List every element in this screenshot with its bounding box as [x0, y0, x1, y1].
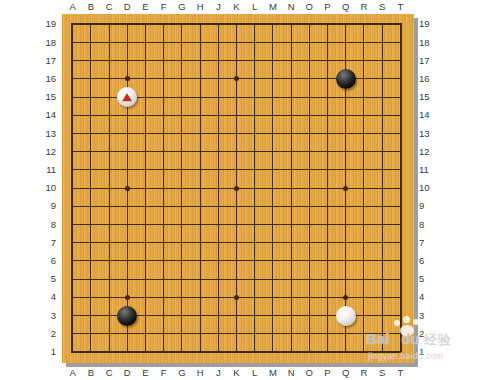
grid-line-vertical — [272, 24, 273, 353]
col-label-bottom-H: H — [191, 367, 209, 379]
row-label-right-12: 12 — [419, 146, 443, 158]
row-label-left-12: 12 — [34, 146, 56, 158]
col-label-bottom-E: E — [137, 367, 155, 379]
row-label-right-18: 18 — [419, 37, 443, 49]
row-label-left-13: 13 — [34, 128, 56, 140]
col-label-top-L: L — [246, 1, 264, 13]
row-label-right-9: 9 — [419, 200, 443, 212]
col-label-top-R: R — [355, 1, 373, 13]
row-label-right-4: 4 — [419, 291, 443, 303]
star-point-Q4 — [343, 295, 348, 300]
last-move-triangle-marker — [122, 93, 132, 101]
row-label-left-8: 8 — [34, 219, 56, 231]
go-board[interactable] — [62, 14, 414, 363]
row-label-left-19: 19 — [34, 18, 56, 30]
row-label-right-14: 14 — [419, 109, 443, 121]
col-label-top-E: E — [137, 1, 155, 13]
row-label-right-11: 11 — [419, 164, 443, 176]
row-label-left-4: 4 — [34, 291, 56, 303]
col-label-top-A: A — [64, 1, 82, 13]
col-label-bottom-P: P — [319, 367, 337, 379]
baidu-brand-suffix: 经验 — [424, 332, 452, 347]
col-label-bottom-K: K — [228, 367, 246, 379]
star-point-K4 — [234, 295, 239, 300]
col-label-bottom-D: D — [118, 367, 136, 379]
row-label-right-13: 13 — [419, 128, 443, 140]
grid-line-horizontal — [72, 333, 401, 334]
row-label-right-15: 15 — [419, 91, 443, 103]
grid-line-horizontal — [72, 279, 401, 280]
star-point-Q10 — [343, 186, 348, 191]
baidu-brand-du: du — [401, 330, 419, 347]
col-label-bottom-C: C — [100, 367, 118, 379]
grid-line-vertical — [382, 24, 383, 353]
row-label-right-8: 8 — [419, 219, 443, 231]
star-point-D10 — [125, 186, 130, 191]
star-point-D4 — [125, 295, 130, 300]
baidu-watermark-url: jingyan.baidu.com — [368, 351, 443, 361]
row-label-right-7: 7 — [419, 237, 443, 249]
grid-line-vertical — [363, 24, 364, 353]
col-label-bottom-L: L — [246, 367, 264, 379]
row-label-left-6: 6 — [34, 255, 56, 267]
row-label-left-5: 5 — [34, 273, 56, 285]
stone-black-D3 — [117, 306, 137, 326]
col-label-top-D: D — [118, 1, 136, 13]
page-background: AABBCCDDEEFFGGHHJJKKLLMMNNOOPPQQRRSSTT19… — [0, 0, 480, 380]
grid-line-horizontal — [72, 260, 401, 261]
row-label-right-16: 16 — [419, 73, 443, 85]
col-label-top-C: C — [100, 1, 118, 13]
col-label-top-O: O — [300, 1, 318, 13]
row-label-left-7: 7 — [34, 237, 56, 249]
stone-black-Q16 — [336, 69, 356, 89]
star-point-K10 — [234, 186, 239, 191]
row-label-left-16: 16 — [34, 73, 56, 85]
row-label-right-17: 17 — [419, 55, 443, 67]
baidu-watermark: Baidu经验 jingyan.baidu.com — [364, 316, 480, 362]
row-label-left-17: 17 — [34, 55, 56, 67]
col-label-top-B: B — [82, 1, 100, 13]
col-label-bottom-Q: Q — [337, 367, 355, 379]
col-label-top-J: J — [209, 1, 227, 13]
col-label-bottom-T: T — [391, 367, 409, 379]
col-label-top-G: G — [173, 1, 191, 13]
row-label-left-2: 2 — [34, 328, 56, 340]
col-label-top-K: K — [228, 1, 246, 13]
col-label-bottom-A: A — [64, 367, 82, 379]
row-label-left-1: 1 — [34, 346, 56, 358]
col-label-top-M: M — [264, 1, 282, 13]
col-label-bottom-R: R — [355, 367, 373, 379]
row-label-left-10: 10 — [34, 182, 56, 194]
row-label-left-18: 18 — [34, 37, 56, 49]
row-label-left-9: 9 — [34, 200, 56, 212]
grid-line-horizontal — [72, 206, 401, 207]
row-label-right-19: 19 — [419, 18, 443, 30]
col-label-top-T: T — [391, 1, 409, 13]
grid-line-vertical — [254, 24, 255, 353]
grid-line-vertical — [309, 24, 310, 353]
col-label-top-S: S — [373, 1, 391, 13]
grid-line-vertical — [327, 24, 328, 353]
col-label-bottom-M: M — [264, 367, 282, 379]
col-label-bottom-S: S — [373, 367, 391, 379]
grid-line-horizontal — [72, 242, 401, 243]
baidu-brand-bai: Bai — [366, 330, 389, 347]
row-label-left-14: 14 — [34, 109, 56, 121]
grid-line-vertical — [291, 24, 292, 353]
row-label-right-10: 10 — [419, 182, 443, 194]
col-label-bottom-F: F — [155, 367, 173, 379]
grid-line-horizontal — [72, 224, 401, 225]
baidu-brand-text: Baidu经验 — [366, 330, 452, 349]
row-label-right-6: 6 — [419, 255, 443, 267]
row-label-right-5: 5 — [419, 273, 443, 285]
col-label-top-H: H — [191, 1, 209, 13]
stone-white-Q3 — [336, 306, 356, 326]
row-label-left-15: 15 — [34, 91, 56, 103]
col-label-bottom-O: O — [300, 367, 318, 379]
col-label-top-Q: Q — [337, 1, 355, 13]
row-label-left-3: 3 — [34, 310, 56, 322]
col-label-top-P: P — [319, 1, 337, 13]
row-label-left-11: 11 — [34, 164, 56, 176]
col-label-top-F: F — [155, 1, 173, 13]
col-label-bottom-J: J — [209, 367, 227, 379]
col-label-bottom-N: N — [282, 367, 300, 379]
col-label-bottom-B: B — [82, 367, 100, 379]
col-label-top-N: N — [282, 1, 300, 13]
col-label-bottom-G: G — [173, 367, 191, 379]
